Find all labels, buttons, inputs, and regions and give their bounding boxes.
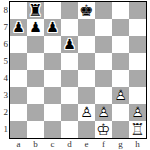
square-h3[interactable] <box>129 87 146 104</box>
square-h6[interactable] <box>129 36 146 53</box>
white-pawn-glyph: ♙ <box>112 87 129 104</box>
square-h8[interactable] <box>129 2 146 19</box>
square-g5[interactable] <box>112 53 129 70</box>
square-f1[interactable]: ♚♔ <box>95 121 112 138</box>
rank-labels: 87654321 <box>0 2 8 138</box>
square-h2[interactable]: ♟♙ <box>129 104 146 121</box>
piece-black-pawn-b7[interactable]: ♟ <box>27 19 44 36</box>
file-label-b: b <box>27 138 44 150</box>
square-a8[interactable] <box>10 2 27 19</box>
piece-white-pawn-e2[interactable]: ♟♙ <box>78 104 95 121</box>
black-king-glyph: ♚ <box>78 2 95 19</box>
chess-diagram: ♜♚♟♟♟♟♟♙♟♙♟♙♟♙♚♔♜♖ 87654321 abcdefgh <box>0 0 150 150</box>
square-c7[interactable]: ♟ <box>44 19 61 36</box>
square-g7[interactable] <box>112 19 129 36</box>
square-c4[interactable] <box>44 70 61 87</box>
piece-black-pawn-a7[interactable]: ♟ <box>10 19 27 36</box>
square-d1[interactable] <box>61 121 78 138</box>
square-h5[interactable] <box>129 53 146 70</box>
square-c2[interactable] <box>44 104 61 121</box>
square-a2[interactable] <box>10 104 27 121</box>
white-pawn-glyph: ♙ <box>78 104 95 121</box>
file-label-e: e <box>78 138 95 150</box>
rank-label-6: 6 <box>0 36 8 53</box>
piece-white-pawn-g3[interactable]: ♟♙ <box>112 87 129 104</box>
square-h7[interactable] <box>129 19 146 36</box>
rank-label-1: 1 <box>0 121 8 138</box>
file-label-g: g <box>112 138 129 150</box>
square-b7[interactable]: ♟ <box>27 19 44 36</box>
square-f4[interactable] <box>95 70 112 87</box>
black-pawn-glyph: ♟ <box>27 19 44 36</box>
black-pawn-glyph: ♟ <box>44 19 61 36</box>
square-c6[interactable] <box>44 36 61 53</box>
square-e8[interactable]: ♚ <box>78 2 95 19</box>
piece-black-pawn-d6[interactable]: ♟ <box>61 36 78 53</box>
square-g4[interactable] <box>112 70 129 87</box>
file-label-f: f <box>95 138 112 150</box>
file-label-h: h <box>129 138 146 150</box>
rank-label-3: 3 <box>0 87 8 104</box>
square-b8[interactable]: ♜ <box>27 2 44 19</box>
square-b2[interactable] <box>27 104 44 121</box>
square-d5[interactable] <box>61 53 78 70</box>
white-rook-glyph: ♖ <box>129 121 146 138</box>
square-d3[interactable] <box>61 87 78 104</box>
square-f6[interactable] <box>95 36 112 53</box>
white-pawn-glyph: ♙ <box>95 104 112 121</box>
square-a1[interactable] <box>10 121 27 138</box>
square-e6[interactable] <box>78 36 95 53</box>
rank-label-8: 8 <box>0 2 8 19</box>
square-a7[interactable]: ♟ <box>10 19 27 36</box>
square-c1[interactable] <box>44 121 61 138</box>
piece-white-pawn-h2[interactable]: ♟♙ <box>129 104 146 121</box>
piece-white-pawn-f2[interactable]: ♟♙ <box>95 104 112 121</box>
square-d7[interactable] <box>61 19 78 36</box>
square-e3[interactable] <box>78 87 95 104</box>
square-a4[interactable] <box>10 70 27 87</box>
square-a3[interactable] <box>10 87 27 104</box>
square-b1[interactable] <box>27 121 44 138</box>
rank-label-7: 7 <box>0 19 8 36</box>
square-a6[interactable] <box>10 36 27 53</box>
square-c8[interactable] <box>44 2 61 19</box>
square-e7[interactable] <box>78 19 95 36</box>
piece-black-pawn-c7[interactable]: ♟ <box>44 19 61 36</box>
square-d6[interactable]: ♟ <box>61 36 78 53</box>
square-b3[interactable] <box>27 87 44 104</box>
square-e4[interactable] <box>78 70 95 87</box>
square-g1[interactable] <box>112 121 129 138</box>
square-f3[interactable] <box>95 87 112 104</box>
rank-label-5: 5 <box>0 53 8 70</box>
square-e1[interactable] <box>78 121 95 138</box>
square-c5[interactable] <box>44 53 61 70</box>
square-b6[interactable] <box>27 36 44 53</box>
file-label-c: c <box>44 138 61 150</box>
square-e2[interactable]: ♟♙ <box>78 104 95 121</box>
square-f7[interactable] <box>95 19 112 36</box>
square-g2[interactable] <box>112 104 129 121</box>
piece-black-rook-b8[interactable]: ♜ <box>27 2 44 19</box>
square-d2[interactable] <box>61 104 78 121</box>
square-d4[interactable] <box>61 70 78 87</box>
square-g3[interactable]: ♟♙ <box>112 87 129 104</box>
chess-board: ♜♚♟♟♟♟♟♙♟♙♟♙♟♙♚♔♜♖ <box>9 1 147 139</box>
black-pawn-glyph: ♟ <box>10 19 27 36</box>
rank-label-2: 2 <box>0 104 8 121</box>
square-c3[interactable] <box>44 87 61 104</box>
piece-white-king-f1[interactable]: ♚♔ <box>95 121 112 138</box>
white-pawn-glyph: ♙ <box>129 104 146 121</box>
square-d8[interactable] <box>61 2 78 19</box>
square-g8[interactable] <box>112 2 129 19</box>
square-h1[interactable]: ♜♖ <box>129 121 146 138</box>
square-f8[interactable] <box>95 2 112 19</box>
square-g6[interactable] <box>112 36 129 53</box>
square-f5[interactable] <box>95 53 112 70</box>
square-h4[interactable] <box>129 70 146 87</box>
file-label-d: d <box>61 138 78 150</box>
square-f2[interactable]: ♟♙ <box>95 104 112 121</box>
square-b5[interactable] <box>27 53 44 70</box>
black-pawn-glyph: ♟ <box>61 36 78 53</box>
piece-white-rook-h1[interactable]: ♜♖ <box>129 121 146 138</box>
square-a5[interactable] <box>10 53 27 70</box>
black-rook-glyph: ♜ <box>27 2 44 19</box>
file-label-a: a <box>10 138 27 150</box>
rank-label-4: 4 <box>0 70 8 87</box>
square-e5[interactable] <box>78 53 95 70</box>
square-b4[interactable] <box>27 70 44 87</box>
file-labels: abcdefgh <box>10 138 146 150</box>
piece-black-king-e8[interactable]: ♚ <box>78 2 95 19</box>
white-king-glyph: ♔ <box>95 121 112 138</box>
